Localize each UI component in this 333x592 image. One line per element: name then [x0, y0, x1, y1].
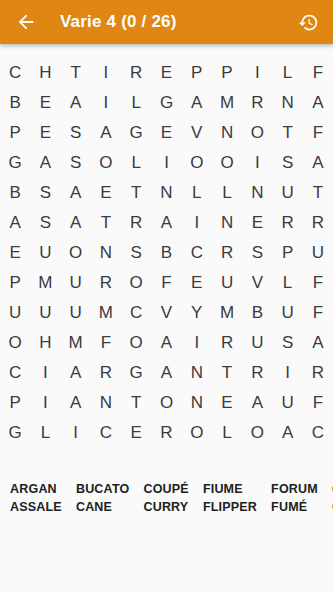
letter-grid: CHTIREPPILFBEAILGAMRNAPESAGEVNOTFGASOLIO…: [0, 58, 333, 448]
grid-cell-r11c3[interactable]: A: [61, 358, 91, 388]
history-restore-button[interactable]: [296, 10, 320, 34]
grid-cell-r4c5[interactable]: L: [121, 148, 151, 178]
grid-cell-r10c1[interactable]: O: [0, 328, 30, 358]
word-column-1: ARGANASSALE: [10, 480, 62, 516]
grid-cell-r9c4[interactable]: M: [91, 298, 121, 328]
grid-cell-r12c10[interactable]: U: [272, 388, 302, 418]
grid-cell-r5c10[interactable]: U: [272, 178, 302, 208]
grid-cell-r10c10[interactable]: S: [272, 328, 302, 358]
grid-cell-r10c9[interactable]: U: [242, 328, 272, 358]
word-column-2: BUCATOCANE: [76, 480, 130, 516]
grid-cell-r3c3[interactable]: S: [61, 118, 91, 148]
grid-cell-r6c3[interactable]: A: [61, 208, 91, 238]
grid-cell-r8c8[interactable]: U: [212, 268, 242, 298]
grid-cell-r9c11[interactable]: F: [303, 298, 333, 328]
grid-cell-r10c3[interactable]: M: [61, 328, 91, 358]
grid-cell-r11c9[interactable]: R: [242, 358, 272, 388]
grid-cell-r10c4[interactable]: F: [91, 328, 121, 358]
grid-cell-r1c3[interactable]: T: [61, 58, 91, 88]
word-item: CURRY: [143, 498, 188, 516]
history-restore-icon: [298, 12, 319, 33]
grid-cell-r5c5[interactable]: T: [121, 178, 151, 208]
grid-cell-r1c1[interactable]: C: [0, 58, 30, 88]
grid-cell-r4c10[interactable]: S: [272, 148, 302, 178]
grid-cell-r13c6[interactable]: R: [151, 418, 181, 448]
grid-cell-r13c1[interactable]: G: [0, 418, 30, 448]
grid-cell-r4c4[interactable]: O: [91, 148, 121, 178]
grid-cell-r9c8[interactable]: M: [212, 298, 242, 328]
grid-cell-r2c11[interactable]: A: [303, 88, 333, 118]
grid-cell-r12c3[interactable]: A: [61, 388, 91, 418]
grid-cell-r9c6[interactable]: V: [151, 298, 181, 328]
grid-cell-r10c11[interactable]: A: [303, 328, 333, 358]
page-title: Varie 4 (0 / 26): [60, 12, 177, 32]
grid-cell-r13c7[interactable]: O: [182, 418, 212, 448]
grid-cell-r3c2[interactable]: E: [30, 118, 60, 148]
word-item: ARGAN: [10, 480, 62, 498]
grid-cell-r6c10[interactable]: R: [272, 208, 302, 238]
grid-cell-r12c9[interactable]: A: [242, 388, 272, 418]
grid-cell-r11c1[interactable]: C: [0, 358, 30, 388]
grid-cell-r5c2[interactable]: S: [30, 178, 60, 208]
grid-cell-r9c1[interactable]: U: [0, 298, 30, 328]
grid-cell-r9c9[interactable]: B: [242, 298, 272, 328]
word-column-3: COUPÉCURRY: [143, 480, 188, 516]
grid-cell-r12c8[interactable]: E: [212, 388, 242, 418]
grid-cell-r5c11[interactable]: T: [303, 178, 333, 208]
grid-cell-r11c2[interactable]: I: [30, 358, 60, 388]
grid-cell-r7c5[interactable]: S: [121, 238, 151, 268]
grid-cell-r1c5[interactable]: R: [121, 58, 151, 88]
grid-cell-r5c1[interactable]: B: [0, 178, 30, 208]
grid-cell-r8c9[interactable]: V: [242, 268, 272, 298]
app-bar: Varie 4 (0 / 26): [0, 0, 333, 44]
grid-cell-r1c10[interactable]: L: [272, 58, 302, 88]
grid-cell-r6c2[interactable]: S: [30, 208, 60, 238]
grid-cell-r3c6[interactable]: E: [151, 118, 181, 148]
grid-cell-r10c5[interactable]: O: [121, 328, 151, 358]
grid-cell-r3c10[interactable]: T: [272, 118, 302, 148]
grid-cell-r2c2[interactable]: E: [30, 88, 60, 118]
grid-cell-r7c3[interactable]: O: [61, 238, 91, 268]
grid-cell-r13c11[interactable]: C: [303, 418, 333, 448]
word-item: FLIPPER: [203, 498, 257, 516]
word-item: BUCATO: [76, 480, 130, 498]
grid-cell-r7c11[interactable]: U: [303, 238, 333, 268]
word-item: FIUME: [203, 480, 257, 498]
grid-cell-r6c8[interactable]: N: [212, 208, 242, 238]
arrow-back-icon: [15, 11, 37, 33]
grid-cell-r1c8[interactable]: P: [212, 58, 242, 88]
grid-cell-r8c2[interactable]: M: [30, 268, 60, 298]
grid-cell-r6c7[interactable]: I: [182, 208, 212, 238]
grid-cell-r10c2[interactable]: H: [30, 328, 60, 358]
grid-cell-r8c1[interactable]: P: [0, 268, 30, 298]
word-item: FUMÉ: [271, 498, 318, 516]
grid-cell-r3c8[interactable]: N: [212, 118, 242, 148]
grid-cell-r10c6[interactable]: A: [151, 328, 181, 358]
back-button[interactable]: [14, 10, 38, 34]
grid-cell-r2c10[interactable]: N: [272, 88, 302, 118]
grid-cell-r11c11[interactable]: R: [303, 358, 333, 388]
grid-cell-r1c4[interactable]: I: [91, 58, 121, 88]
grid-cell-r8c7[interactable]: E: [182, 268, 212, 298]
grid-cell-r1c6[interactable]: E: [151, 58, 181, 88]
grid-cell-r4c11[interactable]: A: [303, 148, 333, 178]
grid-cell-r9c5[interactable]: C: [121, 298, 151, 328]
grid-cell-r1c2[interactable]: H: [30, 58, 60, 88]
grid-cell-r5c8[interactable]: L: [212, 178, 242, 208]
grid-cell-r13c2[interactable]: L: [30, 418, 60, 448]
grid-cell-r2c3[interactable]: A: [61, 88, 91, 118]
grid-cell-r11c6[interactable]: A: [151, 358, 181, 388]
grid-cell-r4c2[interactable]: A: [30, 148, 60, 178]
grid-cell-r1c11[interactable]: F: [303, 58, 333, 88]
grid-cell-r3c11[interactable]: F: [303, 118, 333, 148]
word-item: COUPÉ: [143, 480, 188, 498]
grid-cell-r13c10[interactable]: A: [272, 418, 302, 448]
word-item: ASSALE: [10, 498, 62, 516]
grid-cell-r8c10[interactable]: L: [272, 268, 302, 298]
word-column-5: FORUMFUMÉ: [271, 480, 318, 516]
grid-cell-r7c7[interactable]: C: [182, 238, 212, 268]
grid-cell-r8c5[interactable]: O: [121, 268, 151, 298]
grid-cell-r11c7[interactable]: N: [182, 358, 212, 388]
grid-cell-r7c6[interactable]: B: [151, 238, 181, 268]
grid-cell-r12c11[interactable]: F: [303, 388, 333, 418]
grid-cell-r3c4[interactable]: A: [91, 118, 121, 148]
grid-cell-r9c10[interactable]: U: [272, 298, 302, 328]
grid-cell-r3c1[interactable]: P: [0, 118, 30, 148]
grid-cell-r8c4[interactable]: R: [91, 268, 121, 298]
grid-cell-r10c8[interactable]: R: [212, 328, 242, 358]
word-column-4: FIUMEFLIPPER: [203, 480, 257, 516]
grid-cell-r9c7[interactable]: Y: [182, 298, 212, 328]
word-item: CANE: [76, 498, 130, 516]
grid-cell-r3c7[interactable]: V: [182, 118, 212, 148]
grid-cell-r7c1[interactable]: E: [0, 238, 30, 268]
grid-cell-r8c3[interactable]: U: [61, 268, 91, 298]
grid-cell-r4c3[interactable]: S: [61, 148, 91, 178]
grid-cell-r11c5[interactable]: G: [121, 358, 151, 388]
grid-cell-r6c5[interactable]: R: [121, 208, 151, 238]
grid-cell-r3c5[interactable]: G: [121, 118, 151, 148]
word-item: FORUM: [271, 480, 318, 498]
grid-cell-r13c5[interactable]: E: [121, 418, 151, 448]
grid-cell-r12c2[interactable]: I: [30, 388, 60, 418]
grid-cell-r13c3[interactable]: I: [61, 418, 91, 448]
grid-cell-r12c4[interactable]: N: [91, 388, 121, 418]
word-search-screen: Varie 4 (0 / 26) CHTIREPPILFBEAILGAMRNAP…: [0, 0, 333, 592]
grid-cell-r11c10[interactable]: I: [272, 358, 302, 388]
grid-cell-r5c7[interactable]: L: [182, 178, 212, 208]
grid-cell-r4c1[interactable]: G: [0, 148, 30, 178]
grid-cell-r5c9[interactable]: N: [242, 178, 272, 208]
grid-cell-r8c6[interactable]: F: [151, 268, 181, 298]
grid-cell-r5c4[interactable]: E: [91, 178, 121, 208]
grid-cell-r1c7[interactable]: P: [182, 58, 212, 88]
grid-cell-r9c3[interactable]: U: [61, 298, 91, 328]
grid-cell-r9c2[interactable]: U: [30, 298, 60, 328]
grid-cell-r13c4[interactable]: C: [91, 418, 121, 448]
grid-cell-r7c4[interactable]: N: [91, 238, 121, 268]
grid-cell-r6c11[interactable]: R: [303, 208, 333, 238]
grid-cell-r12c6[interactable]: O: [151, 388, 181, 418]
grid-cell-r6c6[interactable]: A: [151, 208, 181, 238]
grid-cell-r4c7[interactable]: O: [182, 148, 212, 178]
grid-cell-r12c5[interactable]: T: [121, 388, 151, 418]
grid-cell-r1c9[interactable]: I: [242, 58, 272, 88]
grid-cell-r2c7[interactable]: A: [182, 88, 212, 118]
grid-cell-r2c5[interactable]: L: [121, 88, 151, 118]
grid-cell-r12c7[interactable]: N: [182, 388, 212, 418]
word-list: ARGANASSALEBUCATOCANECOUPÉCURRYFIUMEFLIP…: [0, 480, 333, 516]
grid-cell-r7c10[interactable]: P: [272, 238, 302, 268]
grid-cell-r2c9[interactable]: R: [242, 88, 272, 118]
grid-cell-r4c6[interactable]: I: [151, 148, 181, 178]
grid-cell-r12c1[interactable]: P: [0, 388, 30, 418]
grid-cell-r8c11[interactable]: F: [303, 268, 333, 298]
grid-cell-r6c4[interactable]: T: [91, 208, 121, 238]
grid-cell-r2c6[interactable]: G: [151, 88, 181, 118]
grid-cell-r2c8[interactable]: M: [212, 88, 242, 118]
grid-cell-r2c4[interactable]: I: [91, 88, 121, 118]
grid-cell-r3c9[interactable]: O: [242, 118, 272, 148]
grid-cell-r10c7[interactable]: I: [182, 328, 212, 358]
grid-cell-r13c8[interactable]: L: [212, 418, 242, 448]
grid-cell-r4c9[interactable]: I: [242, 148, 272, 178]
grid-cell-r13c9[interactable]: O: [242, 418, 272, 448]
grid-cell-r7c2[interactable]: U: [30, 238, 60, 268]
grid-cell-r7c9[interactable]: S: [242, 238, 272, 268]
grid-cell-r4c8[interactable]: O: [212, 148, 242, 178]
grid-cell-r11c8[interactable]: T: [212, 358, 242, 388]
grid-cell-r5c3[interactable]: A: [61, 178, 91, 208]
grid-cell-r5c6[interactable]: N: [151, 178, 181, 208]
grid-cell-r6c9[interactable]: E: [242, 208, 272, 238]
grid-cell-r2c1[interactable]: B: [0, 88, 30, 118]
grid-cell-r7c8[interactable]: R: [212, 238, 242, 268]
grid-cell-r6c1[interactable]: A: [0, 208, 30, 238]
grid-cell-r11c4[interactable]: R: [91, 358, 121, 388]
